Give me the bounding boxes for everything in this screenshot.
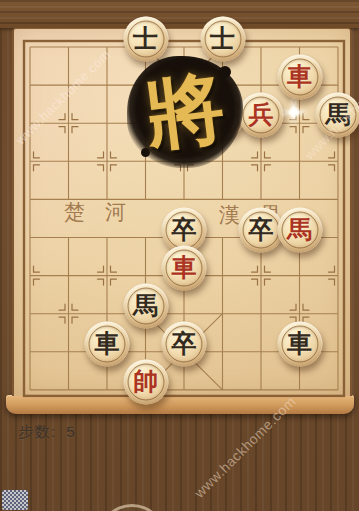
piece-glyph: 兵 [239,93,284,138]
bottom-button-partial[interactable] [98,504,166,511]
move-counter: 步数:5 [18,422,76,443]
piece-black-車-h2[interactable]: 車 [277,321,322,366]
piece-glyph: 馬 [316,93,359,138]
corner-logo [2,490,28,510]
river-label-left: 楚河 [64,198,146,226]
app-screen: { "game": "xiangqi", "app": { "moves_lab… [0,0,359,511]
piece-glyph: 車 [162,245,207,290]
move-counter-value: 5 [66,423,76,440]
board-front-edge [6,395,354,414]
top-wood-strip [0,0,359,28]
piece-glyph: 馬 [277,207,322,252]
piece-black-士-f10[interactable]: 士 [200,17,245,62]
piece-red-車-e4[interactable]: 車 [162,245,207,290]
piece-glyph: 士 [200,17,245,62]
move-counter-label: 步数: [18,423,56,440]
piece-glyph: 帥 [123,359,168,404]
piece-red-帥-d1[interactable]: 帥 [123,359,168,404]
piece-black-士-d10[interactable]: 士 [123,17,168,62]
piece-glyph: 士 [123,17,168,62]
piece-black-馬-i8[interactable]: 馬 [316,93,359,138]
piece-red-馬-h5[interactable]: 馬 [277,207,322,252]
piece-black-卒-e2[interactable]: 卒 [162,321,207,366]
xiangqi-board[interactable]: 楚河 漢界 士士車將兵馬卒卒馬車馬車卒車帥 將 [12,28,352,396]
piece-glyph: 卒 [162,321,207,366]
piece-glyph: 車 [277,321,322,366]
piece-red-兵-g8[interactable]: 兵 [239,93,284,138]
